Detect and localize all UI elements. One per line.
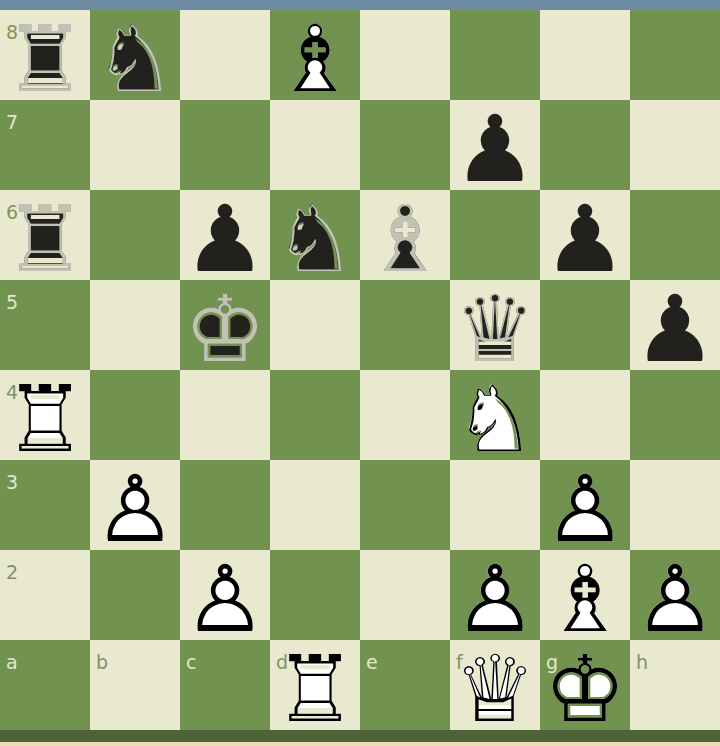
square-c1[interactable]: c (180, 640, 270, 730)
file-label-b: b (96, 653, 108, 672)
piece-black-knight[interactable]: ♞♘ (90, 10, 180, 100)
piece-black-bishop[interactable]: ♝♗ (360, 190, 450, 280)
piece-black-king[interactable]: ♚♔ (180, 280, 270, 370)
square-a7[interactable]: 7 (0, 100, 90, 190)
black-knight-detail-glyph: ♘ (270, 190, 360, 280)
black-rook-glyph: ♜ (0, 10, 90, 100)
square-b1[interactable]: b (90, 640, 180, 730)
piece-black-rook[interactable]: ♜♖ (0, 190, 90, 280)
square-d2[interactable] (270, 550, 360, 640)
piece-black-queen[interactable]: ♛♕ (450, 280, 540, 370)
piece-white-pawn[interactable]: ♟♙ (90, 460, 180, 550)
black-knight-glyph: ♞ (270, 190, 360, 280)
white-bishop-glyph: ♝ (540, 550, 630, 640)
square-c2[interactable]: ♟♙ (180, 550, 270, 640)
square-f8[interactable] (450, 10, 540, 100)
square-b3[interactable]: ♟♙ (90, 460, 180, 550)
square-d5[interactable] (270, 280, 360, 370)
square-e6[interactable]: ♝♗ (360, 190, 450, 280)
black-rook-detail-glyph: ♖ (0, 10, 90, 100)
white-pawn-outline-glyph: ♙ (630, 550, 720, 640)
white-knight-glyph: ♞ (450, 370, 540, 460)
rank-label-3: 3 (6, 473, 18, 492)
status-bar (0, 0, 720, 10)
piece-white-bishop[interactable]: ♝♗ (540, 550, 630, 640)
square-f1[interactable]: f♛♕ (450, 640, 540, 730)
square-b7[interactable] (90, 100, 180, 190)
white-pawn-glyph: ♟ (450, 550, 540, 640)
piece-white-pawn[interactable]: ♟♙ (450, 550, 540, 640)
square-f7[interactable]: ♟ (450, 100, 540, 190)
white-king-outline-glyph: ♔ (540, 640, 630, 730)
black-queen-detail-glyph: ♕ (450, 280, 540, 370)
rank-label-7: 7 (6, 113, 18, 132)
square-c3[interactable] (180, 460, 270, 550)
square-g3[interactable]: ♟♙ (540, 460, 630, 550)
file-label-h: h (636, 653, 648, 672)
black-knight-glyph: ♞ (90, 10, 180, 100)
square-d7[interactable] (270, 100, 360, 190)
square-g1[interactable]: g♚♔ (540, 640, 630, 730)
piece-black-knight[interactable]: ♞♘ (270, 190, 360, 280)
white-king-glyph: ♚ (540, 640, 630, 730)
square-a8[interactable]: 8♜♖ (0, 10, 90, 100)
square-h1[interactable]: h (630, 640, 720, 730)
piece-white-rook[interactable]: ♜♖ (0, 370, 90, 460)
white-bishop-glyph: ♝ (270, 10, 360, 100)
white-queen-glyph: ♛ (450, 640, 540, 730)
square-d1[interactable]: d♜♖ (270, 640, 360, 730)
square-f4[interactable]: ♞♘ (450, 370, 540, 460)
file-label-a: a (6, 653, 18, 672)
square-b6[interactable] (90, 190, 180, 280)
black-bishop-glyph: ♝ (360, 190, 450, 280)
square-d3[interactable] (270, 460, 360, 550)
square-h6[interactable] (630, 190, 720, 280)
white-rook-glyph: ♜ (0, 370, 90, 460)
square-g8[interactable] (540, 10, 630, 100)
square-a3[interactable]: 3 (0, 460, 90, 550)
square-h5[interactable]: ♟ (630, 280, 720, 370)
square-f2[interactable]: ♟♙ (450, 550, 540, 640)
white-pawn-glyph: ♟ (180, 550, 270, 640)
square-e8[interactable] (360, 10, 450, 100)
square-g5[interactable] (540, 280, 630, 370)
square-h8[interactable] (630, 10, 720, 100)
black-pawn-glyph: ♟ (180, 190, 270, 280)
square-g6[interactable]: ♟ (540, 190, 630, 280)
square-d4[interactable] (270, 370, 360, 460)
square-g4[interactable] (540, 370, 630, 460)
white-pawn-glyph: ♟ (90, 460, 180, 550)
square-f5[interactable]: ♛♕ (450, 280, 540, 370)
square-h7[interactable] (630, 100, 720, 190)
bottom-bar (0, 730, 720, 742)
black-pawn-glyph: ♟ (630, 280, 720, 370)
black-rook-glyph: ♜ (0, 190, 90, 280)
square-e4[interactable] (360, 370, 450, 460)
square-b2[interactable] (90, 550, 180, 640)
black-queen-glyph: ♛ (450, 280, 540, 370)
white-pawn-glyph: ♟ (540, 460, 630, 550)
square-g2[interactable]: ♝♗ (540, 550, 630, 640)
rank-label-2: 2 (6, 563, 18, 582)
black-pawn-glyph: ♟ (450, 100, 540, 190)
square-c7[interactable] (180, 100, 270, 190)
square-h2[interactable]: ♟♙ (630, 550, 720, 640)
square-d8[interactable]: ♝♗ (270, 10, 360, 100)
piece-white-rook[interactable]: ♜♖ (270, 640, 360, 730)
square-a4[interactable]: 4♜♖ (0, 370, 90, 460)
square-c5[interactable]: ♚♔ (180, 280, 270, 370)
white-rook-outline-glyph: ♖ (0, 370, 90, 460)
file-label-e: e (366, 653, 378, 672)
white-bishop-outline-glyph: ♗ (540, 550, 630, 640)
white-queen-outline-glyph: ♕ (450, 640, 540, 730)
square-b5[interactable] (90, 280, 180, 370)
white-pawn-outline-glyph: ♙ (90, 460, 180, 550)
square-c6[interactable]: ♟ (180, 190, 270, 280)
white-rook-outline-glyph: ♖ (270, 640, 360, 730)
black-king-detail-glyph: ♔ (180, 280, 270, 370)
square-d6[interactable]: ♞♘ (270, 190, 360, 280)
square-a5[interactable]: 5 (0, 280, 90, 370)
black-king-glyph: ♚ (180, 280, 270, 370)
black-knight-detail-glyph: ♘ (90, 10, 180, 100)
white-pawn-glyph: ♟ (630, 550, 720, 640)
square-g7[interactable] (540, 100, 630, 190)
white-pawn-outline-glyph: ♙ (180, 550, 270, 640)
square-a2[interactable]: 2 (0, 550, 90, 640)
piece-white-pawn[interactable]: ♟♙ (540, 460, 630, 550)
piece-white-knight[interactable]: ♞♘ (450, 370, 540, 460)
piece-black-pawn[interactable]: ♟ (180, 190, 270, 280)
square-a1[interactable]: a (0, 640, 90, 730)
square-b4[interactable] (90, 370, 180, 460)
piece-black-pawn[interactable]: ♟ (540, 190, 630, 280)
bottom-bar-accent (0, 742, 720, 746)
square-h4[interactable] (630, 370, 720, 460)
square-e1[interactable]: e (360, 640, 450, 730)
square-a6[interactable]: 6♜♖ (0, 190, 90, 280)
square-e7[interactable] (360, 100, 450, 190)
file-label-c: c (186, 653, 196, 672)
square-e2[interactable] (360, 550, 450, 640)
white-rook-glyph: ♜ (270, 640, 360, 730)
piece-black-pawn[interactable]: ♟ (450, 100, 540, 190)
square-b8[interactable]: ♞♘ (90, 10, 180, 100)
white-pawn-outline-glyph: ♙ (450, 550, 540, 640)
piece-white-queen[interactable]: ♛♕ (450, 640, 540, 730)
square-c8[interactable] (180, 10, 270, 100)
white-pawn-outline-glyph: ♙ (540, 460, 630, 550)
chess-app-screenshot: 8♜♖♞♘♝♗7♟6♜♖♟♞♘♝♗♟5♚♔♛♕♟4♜♖♞♘3♟♙♟♙2♟♙♟♙♝… (0, 0, 720, 746)
white-knight-outline-glyph: ♘ (450, 370, 540, 460)
piece-white-king[interactable]: ♚♔ (540, 640, 630, 730)
piece-black-rook[interactable]: ♜♖ (0, 10, 90, 100)
piece-white-pawn[interactable]: ♟♙ (630, 550, 720, 640)
black-rook-detail-glyph: ♖ (0, 190, 90, 280)
chess-board: 8♜♖♞♘♝♗7♟6♜♖♟♞♘♝♗♟5♚♔♛♕♟4♜♖♞♘3♟♙♟♙2♟♙♟♙♝… (0, 10, 720, 730)
square-f3[interactable] (450, 460, 540, 550)
square-c4[interactable] (180, 370, 270, 460)
square-h3[interactable] (630, 460, 720, 550)
black-bishop-detail-glyph: ♗ (360, 190, 450, 280)
rank-label-5: 5 (6, 293, 18, 312)
piece-white-bishop[interactable]: ♝♗ (270, 10, 360, 100)
black-pawn-glyph: ♟ (540, 190, 630, 280)
square-e3[interactable] (360, 460, 450, 550)
white-bishop-outline-glyph: ♗ (270, 10, 360, 100)
square-f6[interactable] (450, 190, 540, 280)
square-e5[interactable] (360, 280, 450, 370)
piece-white-pawn[interactable]: ♟♙ (180, 550, 270, 640)
piece-black-pawn[interactable]: ♟ (630, 280, 720, 370)
